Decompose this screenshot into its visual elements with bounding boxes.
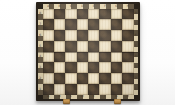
square-g3[interactable]	[111, 62, 122, 73]
square-e7[interactable]	[88, 19, 99, 30]
square-c4[interactable]	[65, 52, 76, 63]
square-b4[interactable]	[54, 52, 65, 63]
chessboard: ABCDEFGH ABCDEFGH 87654321 87654321	[36, 2, 140, 101]
rank-label: 6	[134, 30, 139, 41]
rank-label: 3	[134, 62, 139, 73]
square-f4[interactable]	[99, 52, 110, 63]
square-f8[interactable]	[99, 9, 110, 20]
square-g7[interactable]	[111, 19, 122, 30]
square-g4[interactable]	[111, 52, 122, 63]
square-g6[interactable]	[111, 30, 122, 41]
square-d7[interactable]	[77, 19, 88, 30]
square-e2[interactable]	[88, 73, 99, 84]
rank-label: 2	[134, 73, 139, 84]
square-c1[interactable]	[65, 84, 76, 95]
rank-label: 5	[134, 41, 139, 52]
square-g2[interactable]	[111, 73, 122, 84]
square-g8[interactable]	[111, 9, 122, 20]
square-h5[interactable]	[122, 41, 133, 52]
square-a1[interactable]	[43, 84, 54, 95]
fold-seam	[38, 52, 138, 53]
square-h7[interactable]	[122, 19, 133, 30]
square-a7[interactable]	[43, 19, 54, 30]
square-a8[interactable]	[43, 9, 54, 20]
square-a5[interactable]	[43, 41, 54, 52]
hinge-left	[63, 99, 70, 104]
square-b6[interactable]	[54, 30, 65, 41]
square-a6[interactable]	[43, 30, 54, 41]
square-f1[interactable]	[99, 84, 110, 95]
square-e4[interactable]	[88, 52, 99, 63]
square-a4[interactable]	[43, 52, 54, 63]
file-label: A	[43, 95, 54, 100]
square-b7[interactable]	[54, 19, 65, 30]
square-a3[interactable]	[43, 62, 54, 73]
square-c8[interactable]	[65, 9, 76, 20]
square-e1[interactable]	[88, 84, 99, 95]
square-f6[interactable]	[99, 30, 110, 41]
square-b2[interactable]	[54, 73, 65, 84]
square-a2[interactable]	[43, 73, 54, 84]
square-d1[interactable]	[77, 84, 88, 95]
square-h6[interactable]	[122, 30, 133, 41]
square-d2[interactable]	[77, 73, 88, 84]
square-e8[interactable]	[88, 9, 99, 20]
square-b8[interactable]	[54, 9, 65, 20]
square-c6[interactable]	[65, 30, 76, 41]
square-f5[interactable]	[99, 41, 110, 52]
square-f7[interactable]	[99, 19, 110, 30]
square-f3[interactable]	[99, 62, 110, 73]
square-b1[interactable]	[54, 84, 65, 95]
square-h4[interactable]	[122, 52, 133, 63]
square-h1[interactable]	[122, 84, 133, 95]
square-h3[interactable]	[122, 62, 133, 73]
file-label: D	[77, 95, 88, 100]
rank-label: 8	[134, 9, 139, 20]
square-d6[interactable]	[77, 30, 88, 41]
rank-label: 4	[134, 52, 139, 63]
square-g1[interactable]	[111, 84, 122, 95]
square-c5[interactable]	[65, 41, 76, 52]
square-e6[interactable]	[88, 30, 99, 41]
file-label: H	[122, 95, 133, 100]
square-h8[interactable]	[122, 9, 133, 20]
square-c7[interactable]	[65, 19, 76, 30]
square-b5[interactable]	[54, 41, 65, 52]
square-d5[interactable]	[77, 41, 88, 52]
square-e5[interactable]	[88, 41, 99, 52]
square-g5[interactable]	[111, 41, 122, 52]
square-c3[interactable]	[65, 62, 76, 73]
square-d3[interactable]	[77, 62, 88, 73]
square-b3[interactable]	[54, 62, 65, 73]
rank-label: 7	[134, 19, 139, 30]
square-d8[interactable]	[77, 9, 88, 20]
square-h2[interactable]	[122, 73, 133, 84]
hinge-right	[114, 99, 121, 104]
photo-backdrop: ABCDEFGH ABCDEFGH 87654321 87654321	[0, 0, 175, 105]
rank-label: 1	[134, 84, 139, 95]
file-label: F	[99, 95, 110, 100]
square-d4[interactable]	[77, 52, 88, 63]
square-e3[interactable]	[88, 62, 99, 73]
file-label: E	[88, 95, 99, 100]
square-c2[interactable]	[65, 73, 76, 84]
square-f2[interactable]	[99, 73, 110, 84]
